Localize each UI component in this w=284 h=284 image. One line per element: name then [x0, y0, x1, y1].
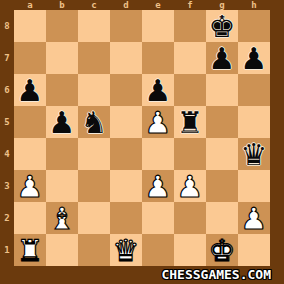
- square-a3[interactable]: ♟: [14, 170, 46, 202]
- chess-diagram-frame: abcdefgh 87654321 ♚♟♟♟♟♟♞♟♜♛♟♟♟♝♟♜♛♚ CHE…: [0, 0, 284, 284]
- square-f3[interactable]: ♟: [174, 170, 206, 202]
- square-f7[interactable]: [174, 42, 206, 74]
- square-c4[interactable]: [78, 138, 110, 170]
- square-b7[interactable]: [46, 42, 78, 74]
- white-pawn[interactable]: ♟: [14, 170, 46, 202]
- black-pawn[interactable]: ♟: [238, 42, 270, 74]
- square-g5[interactable]: [206, 106, 238, 138]
- rank-label-4: 4: [0, 138, 14, 170]
- watermark-text: CHESSGAMES.COM: [161, 267, 271, 282]
- square-f5[interactable]: ♜: [174, 106, 206, 138]
- file-label-d: d: [110, 0, 142, 10]
- square-d5[interactable]: [110, 106, 142, 138]
- white-queen[interactable]: ♛: [110, 234, 142, 266]
- rank-label-5: 5: [0, 106, 14, 138]
- square-c8[interactable]: [78, 10, 110, 42]
- square-g3[interactable]: [206, 170, 238, 202]
- black-rook[interactable]: ♜: [174, 106, 206, 138]
- white-bishop[interactable]: ♝: [46, 202, 78, 234]
- rank-label-1: 1: [0, 234, 14, 266]
- square-c5[interactable]: ♞: [78, 106, 110, 138]
- white-pawn[interactable]: ♟: [174, 170, 206, 202]
- square-g7[interactable]: ♟: [206, 42, 238, 74]
- square-g4[interactable]: [206, 138, 238, 170]
- square-f1[interactable]: [174, 234, 206, 266]
- square-h6[interactable]: [238, 74, 270, 106]
- square-d1[interactable]: ♛: [110, 234, 142, 266]
- square-c7[interactable]: [78, 42, 110, 74]
- square-g2[interactable]: [206, 202, 238, 234]
- square-e2[interactable]: [142, 202, 174, 234]
- square-e8[interactable]: [142, 10, 174, 42]
- square-c2[interactable]: [78, 202, 110, 234]
- square-d4[interactable]: [110, 138, 142, 170]
- square-b4[interactable]: [46, 138, 78, 170]
- square-a6[interactable]: ♟: [14, 74, 46, 106]
- square-g8[interactable]: ♚: [206, 10, 238, 42]
- rank-label-6: 6: [0, 74, 14, 106]
- file-label-h: h: [238, 0, 270, 10]
- square-a7[interactable]: [14, 42, 46, 74]
- square-h7[interactable]: ♟: [238, 42, 270, 74]
- square-b1[interactable]: [46, 234, 78, 266]
- square-f4[interactable]: [174, 138, 206, 170]
- white-pawn[interactable]: ♟: [142, 170, 174, 202]
- file-label-a: a: [14, 0, 46, 10]
- file-label-c: c: [78, 0, 110, 10]
- square-d8[interactable]: [110, 10, 142, 42]
- black-queen[interactable]: ♛: [238, 138, 270, 170]
- square-e3[interactable]: ♟: [142, 170, 174, 202]
- square-h1[interactable]: [238, 234, 270, 266]
- square-b2[interactable]: ♝: [46, 202, 78, 234]
- square-a8[interactable]: [14, 10, 46, 42]
- black-pawn[interactable]: ♟: [142, 74, 174, 106]
- square-b3[interactable]: [46, 170, 78, 202]
- white-pawn[interactable]: ♟: [238, 202, 270, 234]
- white-king[interactable]: ♚: [206, 234, 238, 266]
- square-h4[interactable]: ♛: [238, 138, 270, 170]
- square-e4[interactable]: [142, 138, 174, 170]
- square-d2[interactable]: [110, 202, 142, 234]
- black-pawn[interactable]: ♟: [46, 106, 78, 138]
- square-d3[interactable]: [110, 170, 142, 202]
- square-h8[interactable]: [238, 10, 270, 42]
- square-b8[interactable]: [46, 10, 78, 42]
- square-a2[interactable]: [14, 202, 46, 234]
- square-c1[interactable]: [78, 234, 110, 266]
- square-e7[interactable]: [142, 42, 174, 74]
- rank-label-3: 3: [0, 170, 14, 202]
- square-h3[interactable]: [238, 170, 270, 202]
- square-g6[interactable]: [206, 74, 238, 106]
- square-a4[interactable]: [14, 138, 46, 170]
- square-e1[interactable]: [142, 234, 174, 266]
- square-d7[interactable]: [110, 42, 142, 74]
- rank-label-8: 8: [0, 10, 14, 42]
- white-rook[interactable]: ♜: [14, 234, 46, 266]
- file-label-e: e: [142, 0, 174, 10]
- square-h2[interactable]: ♟: [238, 202, 270, 234]
- square-c3[interactable]: [78, 170, 110, 202]
- black-pawn[interactable]: ♟: [14, 74, 46, 106]
- rank-label-2: 2: [0, 202, 14, 234]
- square-a5[interactable]: [14, 106, 46, 138]
- square-e5[interactable]: ♟: [142, 106, 174, 138]
- black-pawn[interactable]: ♟: [206, 42, 238, 74]
- square-g1[interactable]: ♚: [206, 234, 238, 266]
- black-knight[interactable]: ♞: [78, 106, 110, 138]
- chess-board: ♚♟♟♟♟♟♞♟♜♛♟♟♟♝♟♜♛♚: [14, 10, 270, 266]
- square-f8[interactable]: [174, 10, 206, 42]
- black-king[interactable]: ♚: [206, 10, 238, 42]
- square-a1[interactable]: ♜: [14, 234, 46, 266]
- file-label-f: f: [174, 0, 206, 10]
- square-c6[interactable]: [78, 74, 110, 106]
- white-pawn[interactable]: ♟: [142, 106, 174, 138]
- square-e6[interactable]: ♟: [142, 74, 174, 106]
- square-f6[interactable]: [174, 74, 206, 106]
- file-label-b: b: [46, 0, 78, 10]
- square-b5[interactable]: ♟: [46, 106, 78, 138]
- rank-label-7: 7: [0, 42, 14, 74]
- square-b6[interactable]: [46, 74, 78, 106]
- square-f2[interactable]: [174, 202, 206, 234]
- square-d6[interactable]: [110, 74, 142, 106]
- square-h5[interactable]: [238, 106, 270, 138]
